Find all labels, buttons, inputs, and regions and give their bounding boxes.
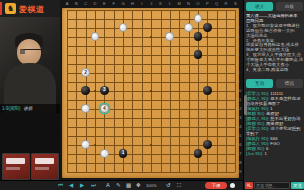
grid-line [161,10,162,172]
teacher-video-feed[interactable]: 1-9(周阳) 讲师 [0,17,60,113]
outline-line: 4、夹攻二路,再谋边路 [246,68,303,73]
teacher-name-label: 1-9(周阳) [2,106,21,111]
slide-thumbnail-content [35,158,54,164]
step-back-icon[interactable]: ◀ [69,181,73,190]
stone-black-O4[interactable] [194,32,203,41]
column-label-A: A [63,1,71,6]
stone-black-P16[interactable] [203,140,212,149]
column-label-H: H [128,1,136,6]
stone-black-O6[interactable] [194,50,203,59]
column-label-K: K [157,1,165,6]
stone-black-P3[interactable] [203,23,212,32]
chat-nickname: [Jun 9D]: [246,151,263,156]
tab-提问[interactable]: 提问 [276,79,303,88]
chat-message-input[interactable]: 发送消息... [254,182,290,189]
stone-white-G3[interactable] [119,23,128,32]
grid-line [217,10,218,172]
chat-text: FGO [269,141,280,146]
aiqidao-logo-icon: ♞ [5,3,16,14]
send-button[interactable]: 发送 [291,182,304,189]
grid-line [67,118,235,119]
play-icon[interactable]: ▶ [80,181,84,190]
teacher-role-label: 讲师 [24,106,33,111]
text-tool-icon[interactable]: A [106,181,110,190]
toggle-knob[interactable] [230,183,235,188]
chat-message: [弈学员 9D]: 这个变化没想到 学到了 [246,126,302,136]
pen-tool-icon[interactable]: ✎ [116,181,121,190]
slide-thumbnail[interactable] [2,153,30,180]
grid-line [67,163,235,164]
grid-line [67,136,235,137]
chat-message-list: [弈学员 9D]: 111111[静远八 9D]: 是不是怎样也没办法开拓新局面… [246,91,302,169]
stone-white-O2[interactable] [194,14,203,23]
chat-message: [静远八 9D]: 是不是怎样也没办法开拓新局面了 [246,96,302,106]
stone-white-E12[interactable]: 4 [100,104,109,113]
column-label-I: I [138,1,146,6]
slide-thumbnail-content [35,167,49,170]
star-point [94,144,96,146]
stone-white-E17[interactable] [100,149,109,158]
tab-讲义[interactable]: 讲义 [246,2,273,11]
grid-line [67,127,235,128]
column-label-M: M [175,1,183,6]
column-label-Q: Q [213,1,221,6]
left-lower-area [0,113,60,180]
fullscreen-icon[interactable]: ⛶ [177,181,181,190]
grid-line [67,109,235,110]
move-tool-icon[interactable]: ✥ [136,181,141,190]
column-label-C: C [82,1,90,6]
stone-white-D4[interactable] [91,32,100,41]
star-point [94,90,96,92]
stone-white-C12[interactable] [81,104,90,113]
column-label-F: F [110,1,118,6]
grid-line [189,10,190,172]
undo-icon[interactable]: ↺ [166,181,171,190]
chat-message: [Jun 9D]: 1 [246,151,302,156]
teacher-avatar-glasses [20,49,48,54]
stone-black-G17[interactable]: 1 [119,149,128,158]
board-area: ABCDEFGHIJKLMNOPQRS 3124 123456789101112… [60,0,243,180]
stone-white-C16[interactable] [81,140,90,149]
skip-start-icon[interactable]: ⏮ [58,181,63,190]
brand-accent-bar [0,2,2,15]
gift-button[interactable]: 礼 [245,182,253,189]
slide-thumbnail-content [6,167,20,170]
column-label-O: O [194,1,202,6]
column-label-P: P [203,1,211,6]
stone-white-N3[interactable] [184,23,193,32]
column-label-N: N [185,1,193,6]
panel-collapse-handle[interactable] [244,95,247,115]
column-label-L: L [166,1,174,6]
grid-line [67,100,235,101]
brand-bar: ♞ 爱棋道 [0,0,60,17]
tab-互动[interactable]: 互动 [246,79,273,88]
stone-black-C10[interactable] [81,86,90,95]
stone-black-E10[interactable]: 3 [100,86,109,95]
chat-text: 1 [263,151,267,156]
go-board[interactable]: 3124 [62,8,239,178]
column-label-D: D [91,1,99,6]
aiqidao-logo-text: 爱棋道 [19,4,45,15]
column-label-E: E [100,1,108,6]
chat-input-row: 礼 发送消息... 发送 [244,181,304,190]
column-label-B: B [72,1,80,6]
stone-black-O17[interactable] [194,149,203,158]
go-lecture-app: ♞ 爱棋道 1-9(周阳) 讲师 ABCDEFGHIJKLMNOPQRS 312… [0,0,304,190]
end-class-button[interactable]: 下课 [205,182,227,189]
grid-line [226,10,227,172]
video-caption: 1-9(周阳) 讲师 [0,104,60,113]
stone-white-L4[interactable] [165,32,174,41]
column-label-S: S [231,1,239,6]
tab-白板[interactable]: 白板 [276,2,303,11]
column-label-J: J [147,1,155,6]
slide-thumbnail-content [6,158,25,164]
skip-end-icon[interactable]: ⏭ [91,181,96,190]
lesson-chat-panel: 讲义白板 第八课——大场选择的基本思路问题1、双方都已安定是平稳进行边路划分,抢… [243,0,304,190]
grid-line [235,10,236,172]
board-grid-icon[interactable]: ▦ [126,181,131,190]
column-label-R: R [222,1,230,6]
slide-thumbnail[interactable] [31,153,59,180]
lecture-outline: 第八课——大场选择的基本思路问题1、双方都已安定是平稳进行边路划分,抢占价值一大… [246,14,303,77]
grid-line [179,10,180,172]
column-label-G: G [119,1,127,6]
stone-white-C8[interactable]: 2 [81,68,90,77]
stone-black-P10[interactable] [203,86,212,95]
zoom-level-label: 100% [146,181,157,190]
bottom-toolbar: 100% 下课 ⏮◀▶⏭A✎▦✥↺⛶ [0,180,243,190]
grid-line [67,154,235,155]
grid-line [67,172,235,173]
